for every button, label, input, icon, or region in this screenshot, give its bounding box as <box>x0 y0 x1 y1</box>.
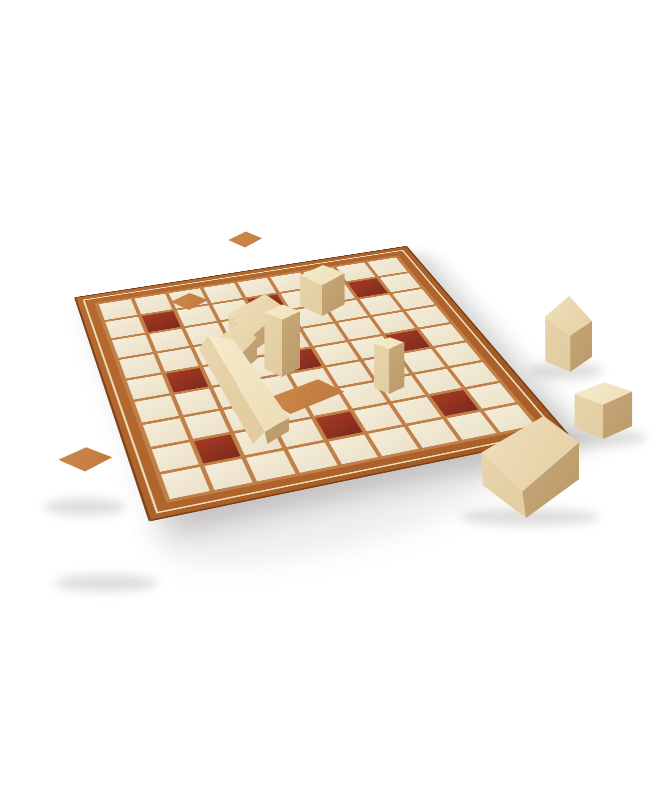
piece-light-pillar-b[interactable] <box>372 336 406 394</box>
piece-light-wedge-off[interactable] <box>540 296 592 372</box>
pagoda-tier <box>244 280 253 289</box>
cell-r9c3[interactable] <box>246 451 295 482</box>
pagoda-tier <box>344 342 369 357</box>
piece-light-ramp-off[interactable] <box>481 416 579 518</box>
piece-dark-cube-a[interactable] <box>169 292 209 336</box>
pagoda-tier <box>244 250 271 262</box>
pagoda-tier <box>244 220 286 236</box>
cell-r8c1[interactable] <box>152 442 199 472</box>
piece-light-wall[interactable] <box>199 336 289 444</box>
piece-light-cube-a[interactable] <box>298 264 346 316</box>
pagoda-tier <box>344 357 362 370</box>
cell-r9c2[interactable] <box>204 459 253 490</box>
pagoda-tier <box>344 305 382 325</box>
pagoda-tier <box>344 293 370 305</box>
pagoda-tier <box>244 236 279 250</box>
light-pagoda-icon <box>244 210 288 279</box>
pagoda-tier <box>244 262 264 273</box>
pagoda-tier <box>244 210 272 220</box>
pagoda-tier <box>244 273 256 280</box>
cell-r9c4[interactable] <box>288 443 337 473</box>
cell-r9c1[interactable] <box>161 467 209 499</box>
piece-dark-cube-off[interactable] <box>56 446 114 508</box>
piece-light-cube-off[interactable] <box>572 381 634 439</box>
piece-dark-wedge-off[interactable] <box>69 516 143 584</box>
product-photo-scene <box>0 0 669 801</box>
